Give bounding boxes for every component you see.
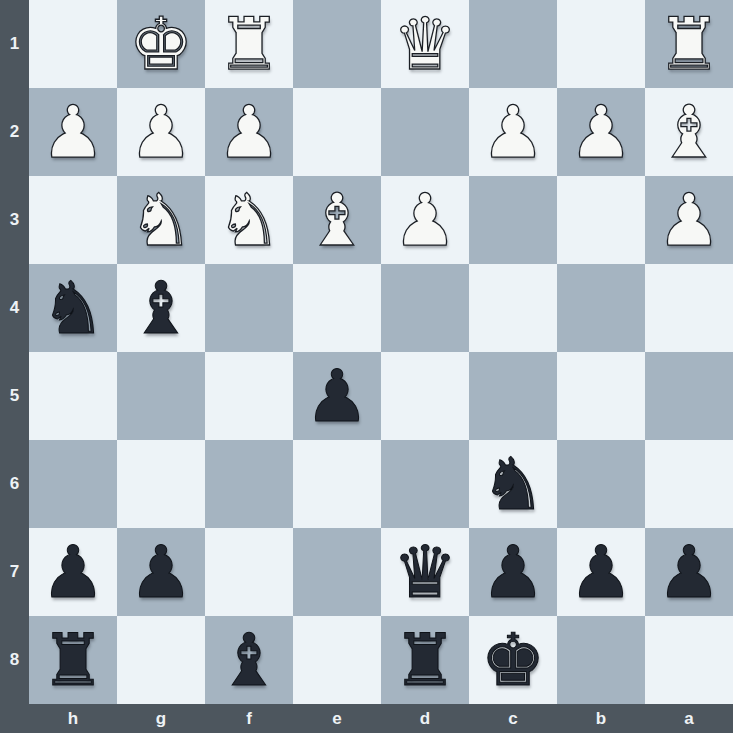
square-d4[interactable] (381, 264, 469, 352)
file-labels: hgfedcba (29, 704, 733, 733)
square-b4[interactable] (557, 264, 645, 352)
black-knight-c6[interactable]: ♞ (481, 440, 546, 528)
square-f5[interactable] (205, 352, 293, 440)
square-c8[interactable]: ♚ (469, 616, 557, 704)
square-b2[interactable]: ♟ (557, 88, 645, 176)
square-e7[interactable] (293, 528, 381, 616)
square-h5[interactable] (29, 352, 117, 440)
square-h8[interactable]: ♜ (29, 616, 117, 704)
square-b1[interactable] (557, 0, 645, 88)
square-c4[interactable] (469, 264, 557, 352)
square-b7[interactable]: ♟ (557, 528, 645, 616)
chess-board: ♚♜♛♜♟♟♟♟♟♝♞♞♝♟♟♞♝♟♞♟♟♛♟♟♟♜♝♜♚ (29, 0, 733, 704)
black-pawn-g7[interactable]: ♟ (129, 528, 194, 616)
rank-label-5: 5 (0, 352, 29, 440)
black-queen-d7[interactable]: ♛ (393, 528, 458, 616)
rank-label-3: 3 (0, 176, 29, 264)
file-label-c: c (469, 704, 557, 733)
square-a3[interactable]: ♟ (645, 176, 733, 264)
file-label-f: f (205, 704, 293, 733)
black-pawn-e5[interactable]: ♟ (305, 352, 370, 440)
square-c2[interactable]: ♟ (469, 88, 557, 176)
square-a1[interactable]: ♜ (645, 0, 733, 88)
white-bishop-e3[interactable]: ♝ (305, 176, 370, 264)
black-pawn-h7[interactable]: ♟ (41, 528, 106, 616)
square-c6[interactable]: ♞ (469, 440, 557, 528)
white-rook-f1[interactable]: ♜ (217, 0, 282, 88)
white-pawn-a3[interactable]: ♟ (657, 176, 722, 264)
square-e8[interactable] (293, 616, 381, 704)
black-bishop-f8[interactable]: ♝ (217, 616, 282, 704)
file-label-b: b (557, 704, 645, 733)
square-h6[interactable] (29, 440, 117, 528)
rank-label-2: 2 (0, 88, 29, 176)
square-a2[interactable]: ♝ (645, 88, 733, 176)
square-f8[interactable]: ♝ (205, 616, 293, 704)
black-rook-h8[interactable]: ♜ (41, 616, 106, 704)
square-e1[interactable] (293, 0, 381, 88)
square-f2[interactable]: ♟ (205, 88, 293, 176)
square-a7[interactable]: ♟ (645, 528, 733, 616)
square-b6[interactable] (557, 440, 645, 528)
file-label-e: e (293, 704, 381, 733)
white-knight-g3[interactable]: ♞ (129, 176, 194, 264)
black-rook-d8[interactable]: ♜ (393, 616, 458, 704)
square-g8[interactable] (117, 616, 205, 704)
white-bishop-a2[interactable]: ♝ (657, 88, 722, 176)
square-g1[interactable]: ♚ (117, 0, 205, 88)
square-c3[interactable] (469, 176, 557, 264)
square-c1[interactable] (469, 0, 557, 88)
file-label-a: a (645, 704, 733, 733)
white-pawn-g2[interactable]: ♟ (129, 88, 194, 176)
rank-label-8: 8 (0, 616, 29, 704)
white-queen-d1[interactable]: ♛ (393, 0, 458, 88)
square-g3[interactable]: ♞ (117, 176, 205, 264)
black-pawn-c7[interactable]: ♟ (481, 528, 546, 616)
square-a8[interactable] (645, 616, 733, 704)
black-king-c8[interactable]: ♚ (481, 616, 546, 704)
white-pawn-d3[interactable]: ♟ (393, 176, 458, 264)
square-b3[interactable] (557, 176, 645, 264)
square-d5[interactable] (381, 352, 469, 440)
black-pawn-b7[interactable]: ♟ (569, 528, 634, 616)
chessboard-frame: 12345678 ♚♜♛♜♟♟♟♟♟♝♞♞♝♟♟♞♝♟♞♟♟♛♟♟♟♜♝♜♚ h… (0, 0, 733, 733)
square-d2[interactable] (381, 88, 469, 176)
square-h4[interactable]: ♞ (29, 264, 117, 352)
square-c5[interactable] (469, 352, 557, 440)
black-knight-h4[interactable]: ♞ (41, 264, 106, 352)
white-pawn-h2[interactable]: ♟ (41, 88, 106, 176)
square-d1[interactable]: ♛ (381, 0, 469, 88)
file-label-g: g (117, 704, 205, 733)
rank-label-7: 7 (0, 528, 29, 616)
square-g2[interactable]: ♟ (117, 88, 205, 176)
square-f1[interactable]: ♜ (205, 0, 293, 88)
square-f7[interactable] (205, 528, 293, 616)
square-g5[interactable] (117, 352, 205, 440)
square-f4[interactable] (205, 264, 293, 352)
square-d3[interactable]: ♟ (381, 176, 469, 264)
square-e6[interactable] (293, 440, 381, 528)
white-pawn-f2[interactable]: ♟ (217, 88, 282, 176)
black-pawn-a7[interactable]: ♟ (657, 528, 722, 616)
square-g7[interactable]: ♟ (117, 528, 205, 616)
square-b8[interactable] (557, 616, 645, 704)
square-a6[interactable] (645, 440, 733, 528)
white-pawn-b2[interactable]: ♟ (569, 88, 634, 176)
square-h2[interactable]: ♟ (29, 88, 117, 176)
square-e2[interactable] (293, 88, 381, 176)
square-c7[interactable]: ♟ (469, 528, 557, 616)
square-f3[interactable]: ♞ (205, 176, 293, 264)
square-d7[interactable]: ♛ (381, 528, 469, 616)
rank-labels: 12345678 (0, 0, 29, 704)
white-knight-f3[interactable]: ♞ (217, 176, 282, 264)
rank-label-1: 1 (0, 0, 29, 88)
square-d6[interactable] (381, 440, 469, 528)
white-rook-a1[interactable]: ♜ (657, 0, 722, 88)
square-a4[interactable] (645, 264, 733, 352)
square-d8[interactable]: ♜ (381, 616, 469, 704)
square-e3[interactable]: ♝ (293, 176, 381, 264)
square-g4[interactable]: ♝ (117, 264, 205, 352)
black-bishop-g4[interactable]: ♝ (129, 264, 194, 352)
square-h1[interactable] (29, 0, 117, 88)
rank-label-6: 6 (0, 440, 29, 528)
square-a5[interactable] (645, 352, 733, 440)
file-label-d: d (381, 704, 469, 733)
white-pawn-c2[interactable]: ♟ (481, 88, 546, 176)
file-label-h: h (29, 704, 117, 733)
square-b5[interactable] (557, 352, 645, 440)
square-e4[interactable] (293, 264, 381, 352)
white-king-g1[interactable]: ♚ (129, 0, 194, 88)
square-h3[interactable] (29, 176, 117, 264)
rank-label-4: 4 (0, 264, 29, 352)
square-f6[interactable] (205, 440, 293, 528)
square-e5[interactable]: ♟ (293, 352, 381, 440)
square-h7[interactable]: ♟ (29, 528, 117, 616)
square-g6[interactable] (117, 440, 205, 528)
